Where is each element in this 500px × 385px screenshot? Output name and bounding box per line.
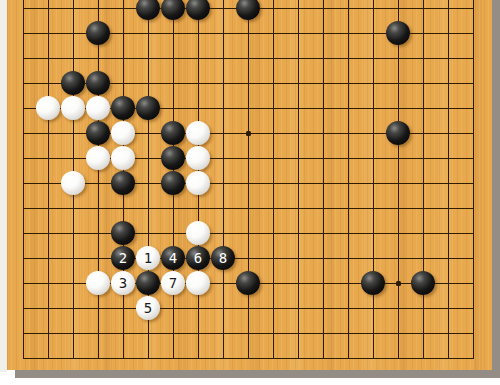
black-stone-k4 <box>236 271 260 295</box>
move-1-white-stone-f5: 1 <box>136 246 160 270</box>
go-diagram-page: 21468375 <box>0 0 500 385</box>
move-number-label: 5 <box>144 301 152 315</box>
white-stone-h10 <box>186 121 210 145</box>
move-7-white-stone-g4: 7 <box>161 271 185 295</box>
black-stone-e11 <box>111 96 135 120</box>
black-stone-g10 <box>161 121 185 145</box>
move-number-label: 6 <box>194 251 202 265</box>
black-stone-d10 <box>86 121 110 145</box>
white-stone-e10 <box>111 121 135 145</box>
grid-line-vertical <box>298 0 299 359</box>
grid-line-horizontal <box>23 58 474 59</box>
grid-line-vertical <box>273 0 274 359</box>
white-stone-b11 <box>36 96 60 120</box>
grid-line-horizontal <box>23 358 474 359</box>
move-number-label: 7 <box>169 276 177 290</box>
move-8-black-stone-j5: 8 <box>211 246 235 270</box>
white-stone-h8 <box>186 171 210 195</box>
grid-line-horizontal <box>23 208 474 209</box>
grid-line-vertical <box>23 0 24 359</box>
black-stone-r4 <box>411 271 435 295</box>
black-stone-e6 <box>111 221 135 245</box>
grid-line-horizontal <box>23 258 474 259</box>
white-stone-c11 <box>61 96 85 120</box>
black-stone-p4 <box>361 271 385 295</box>
black-stone-q10 <box>386 121 410 145</box>
grid-line-vertical <box>223 0 224 359</box>
black-stone-c12 <box>61 71 85 95</box>
black-stone-f4 <box>136 271 160 295</box>
grid-line-vertical <box>398 0 399 359</box>
white-stone-c8 <box>61 171 85 195</box>
black-stone-d12 <box>86 71 110 95</box>
grid-line-horizontal <box>23 183 474 184</box>
black-stone-d14 <box>86 21 110 45</box>
black-stone-g8 <box>161 171 185 195</box>
black-stone-g15 <box>161 0 185 20</box>
grid-line-horizontal <box>23 333 474 334</box>
white-stone-h6 <box>186 221 210 245</box>
grid-line-vertical <box>348 0 349 359</box>
grid-line-vertical <box>98 0 99 359</box>
white-stone-d11 <box>86 96 110 120</box>
black-stone-k15 <box>236 0 260 20</box>
black-stone-h15 <box>186 0 210 20</box>
move-4-black-stone-g5: 4 <box>161 246 185 270</box>
black-stone-g9 <box>161 146 185 170</box>
grid-line-vertical <box>48 0 49 359</box>
white-stone-d4 <box>86 271 110 295</box>
grid-line-horizontal <box>23 308 474 309</box>
grid-line-horizontal <box>23 233 474 234</box>
star-point-q4 <box>396 281 401 286</box>
white-stone-h4 <box>186 271 210 295</box>
black-stone-f15 <box>136 0 160 20</box>
grid-line-vertical <box>473 0 474 359</box>
move-number-label: 1 <box>144 251 152 265</box>
move-5-white-stone-f3: 5 <box>136 296 160 320</box>
black-stone-e8 <box>111 171 135 195</box>
grid-line-vertical <box>448 0 449 359</box>
grid-line-vertical <box>423 0 424 359</box>
white-stone-h9 <box>186 146 210 170</box>
white-stone-d9 <box>86 146 110 170</box>
grid-line-vertical <box>248 0 249 359</box>
move-3-white-stone-e4: 3 <box>111 271 135 295</box>
move-number-label: 3 <box>119 276 127 290</box>
move-number-label: 4 <box>169 251 177 265</box>
move-2-black-stone-e5: 2 <box>111 246 135 270</box>
move-6-black-stone-h5: 6 <box>186 246 210 270</box>
white-stone-e9 <box>111 146 135 170</box>
black-stone-q14 <box>386 21 410 45</box>
move-number-label: 8 <box>219 251 227 265</box>
go-board[interactable]: 21468375 <box>0 0 500 385</box>
black-stone-f11 <box>136 96 160 120</box>
star-point-k10 <box>246 131 251 136</box>
grid-line-vertical <box>373 0 374 359</box>
grid-line-vertical <box>323 0 324 359</box>
move-number-label: 2 <box>119 251 127 265</box>
